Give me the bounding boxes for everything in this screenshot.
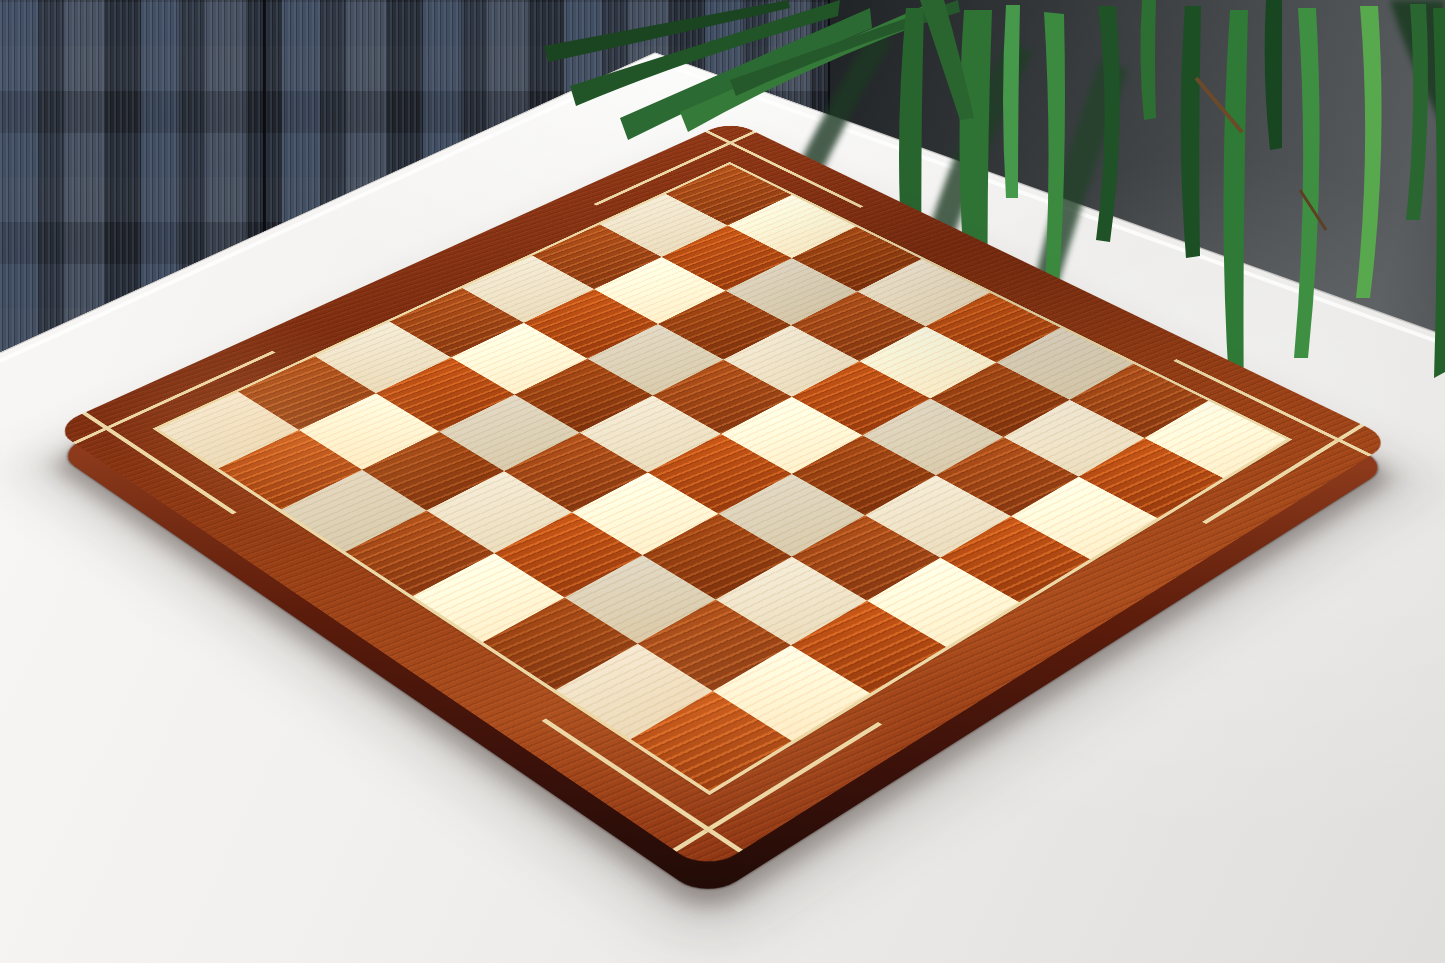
square-h2 (713, 645, 871, 741)
board-top-face (51, 120, 1394, 872)
square-c3 (439, 394, 580, 471)
square-h6 (1011, 477, 1158, 560)
square-b5 (524, 289, 658, 358)
square-f1 (483, 598, 637, 690)
corner-inlay-line (593, 131, 756, 206)
photo-scene (0, 0, 1445, 963)
square-d8 (858, 259, 990, 326)
square-a4 (390, 288, 524, 357)
square-b1 (218, 430, 361, 509)
square-b8 (728, 195, 856, 258)
square-a6 (532, 224, 662, 289)
square-c2 (361, 431, 504, 510)
square-d3 (505, 433, 648, 512)
square-b6 (594, 257, 726, 324)
square-b4 (451, 323, 587, 395)
corner-inlay-line (705, 131, 863, 208)
square-g7 (1003, 399, 1144, 476)
square-a1 (158, 392, 298, 469)
square-h3 (792, 601, 947, 693)
playfield-grid (153, 162, 1293, 795)
square-e5 (721, 397, 862, 474)
square-g8 (1069, 364, 1208, 439)
square-d5 (653, 360, 792, 434)
square-c1 (281, 470, 427, 552)
square-c8 (792, 226, 922, 291)
square-c5 (587, 324, 723, 396)
square-c4 (514, 359, 652, 433)
square-e4 (648, 434, 792, 514)
square-e8 (926, 293, 1060, 363)
square-d1 (346, 511, 494, 596)
square-d4 (580, 396, 721, 473)
chessboard-3d (51, 120, 1394, 872)
square-h5 (941, 516, 1090, 602)
square-e3 (572, 472, 718, 554)
square-f4 (718, 474, 864, 557)
square-b3 (376, 357, 514, 431)
square-c7 (726, 258, 858, 325)
square-f8 (996, 328, 1133, 400)
square-g4 (792, 515, 941, 601)
square-h8 (1145, 401, 1287, 478)
square-d7 (792, 292, 926, 361)
square-h7 (1079, 438, 1223, 518)
square-g1 (555, 644, 712, 740)
square-e6 (792, 361, 931, 435)
square-g5 (865, 475, 1011, 558)
square-d2 (427, 471, 573, 553)
square-g6 (935, 437, 1079, 517)
square-b7 (662, 225, 792, 290)
square-d6 (723, 325, 859, 397)
square-e2 (494, 512, 643, 597)
square-a5 (462, 256, 594, 323)
square-e1 (413, 553, 564, 642)
square-g2 (637, 599, 791, 691)
square-e7 (860, 326, 997, 398)
square-h4 (867, 558, 1019, 647)
square-f2 (564, 555, 715, 644)
square-f6 (862, 398, 1003, 475)
square-h1 (631, 691, 792, 791)
square-a2 (238, 356, 376, 430)
square-a8 (666, 164, 792, 225)
square-b2 (299, 393, 440, 470)
chessboard (246, 0, 1196, 909)
square-f5 (792, 435, 936, 515)
square-g3 (716, 556, 868, 645)
square-c6 (658, 290, 792, 359)
square-a7 (600, 194, 728, 257)
square-a3 (315, 321, 451, 393)
square-f7 (930, 362, 1069, 436)
square-f3 (643, 514, 792, 600)
